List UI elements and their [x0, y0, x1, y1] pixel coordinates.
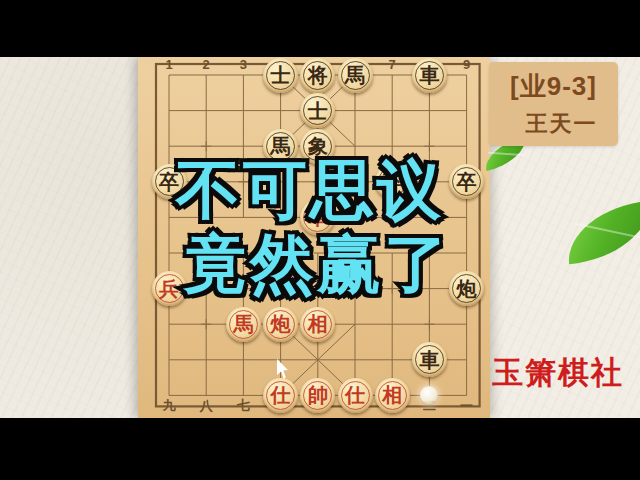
piece-red-仕[interactable]: 仕 [338, 378, 373, 413]
content-area: 123456789 九八七六五四三二一 士将馬車士馬象卒卒卒車兵炮馬炮相車仕帥仕… [0, 57, 640, 418]
file-label-bottom: 八 [194, 397, 218, 415]
file-label-bottom: 九 [157, 397, 181, 415]
piece-black-車[interactable]: 車 [412, 342, 447, 377]
piece-red-帥[interactable]: 帥 [300, 378, 335, 413]
letterbox-bottom [0, 418, 640, 480]
piece-black-馬[interactable]: 馬 [338, 58, 373, 93]
channel-watermark: 玉箫棋社 [492, 352, 624, 394]
piece-red-炮[interactable]: 炮 [263, 307, 298, 342]
piece-red-相[interactable]: 相 [300, 307, 335, 342]
file-label-top: 3 [231, 57, 255, 72]
caption-line-2: 竟然赢了 [183, 221, 451, 308]
piece-black-炮[interactable]: 炮 [449, 271, 484, 306]
rank-panel: [业9-3] 王天一 [489, 62, 618, 146]
player-name: 王天一 [489, 109, 618, 139]
file-label-top: 7 [380, 57, 404, 72]
file-label-top: 1 [157, 57, 181, 72]
piece-red-兵[interactable]: 兵 [152, 271, 187, 306]
file-label-top: 9 [455, 57, 479, 72]
piece-red-相[interactable]: 相 [375, 378, 410, 413]
letterbox-top [0, 0, 640, 57]
video-frame: 123456789 九八七六五四三二一 士将馬車士馬象卒卒卒車兵炮馬炮相車仕帥仕… [0, 0, 640, 480]
rank-label: [业9-3] [489, 69, 618, 104]
piece-black-車[interactable]: 車 [412, 58, 447, 93]
piece-black-将[interactable]: 将 [300, 58, 335, 93]
file-label-bottom: 一 [455, 397, 479, 415]
piece-red-仕[interactable]: 仕 [263, 378, 298, 413]
file-label-top: 2 [194, 57, 218, 72]
file-label-bottom: 七 [231, 397, 255, 415]
piece-red-馬[interactable]: 馬 [226, 307, 261, 342]
piece-black-士[interactable]: 士 [263, 58, 298, 93]
